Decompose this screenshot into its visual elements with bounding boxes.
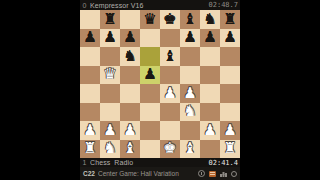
top-player-clock: 02:48.7 (208, 1, 238, 9)
black-pawn: ♟ (203, 30, 216, 45)
board-square[interactable] (180, 121, 200, 140)
board-square[interactable] (180, 47, 200, 66)
black-pawn: ♟ (223, 30, 236, 45)
white-pawn: ♟ (223, 122, 236, 137)
opening-eco-code: C22 (83, 170, 95, 177)
black-pawn: ♟ (83, 30, 96, 45)
board-square[interactable] (80, 66, 100, 85)
board-square[interactable]: ♟ (100, 29, 120, 48)
opening-name: Center Game: Hall Variation (98, 170, 195, 177)
black-rook: ♜ (103, 11, 116, 26)
black-pawn: ♟ (103, 30, 116, 45)
board-square[interactable]: ♟ (180, 84, 200, 103)
board-square[interactable] (80, 47, 100, 66)
bottom-player-score: 1 (82, 159, 87, 166)
board-square[interactable]: ♛ (100, 66, 120, 85)
board-square[interactable] (100, 47, 120, 66)
board-square[interactable] (200, 66, 220, 85)
board-square[interactable] (160, 121, 180, 140)
black-pawn: ♟ (143, 67, 156, 82)
white-rook: ♜ (223, 141, 236, 156)
board-square[interactable]: ♞ (180, 103, 200, 122)
top-player-score: 0 (82, 2, 87, 9)
white-knight: ♞ (103, 141, 116, 156)
board-square[interactable] (160, 103, 180, 122)
board-square[interactable]: ♟ (80, 121, 100, 140)
white-bishop: ♝ (123, 141, 136, 156)
board-square[interactable] (220, 84, 240, 103)
status-icons (198, 170, 237, 177)
bottom-player-name[interactable]: Chess_Radio (90, 159, 205, 166)
white-pawn: ♟ (123, 122, 136, 137)
chart-icon[interactable] (220, 171, 227, 177)
board-square[interactable] (200, 140, 220, 159)
black-pawn: ♟ (123, 30, 136, 45)
letterbox-left (0, 0, 80, 180)
board-square[interactable]: ♜ (100, 10, 120, 29)
white-pawn: ♟ (203, 122, 216, 137)
board-square[interactable] (140, 140, 160, 159)
black-king: ♚ (163, 11, 176, 26)
white-rook: ♜ (83, 141, 96, 156)
app-screen: 0 Kempressor V16 02:48.7 ♜♛♚♝♞♜♟♟♟♟♟♟♞♝♛… (0, 0, 320, 180)
board-square[interactable]: ♝ (160, 47, 180, 66)
board-square[interactable] (80, 10, 100, 29)
white-pawn: ♟ (183, 85, 196, 100)
gear-icon[interactable] (231, 171, 237, 177)
board-square[interactable]: ♟ (200, 121, 220, 140)
board-square[interactable] (120, 103, 140, 122)
bottom-player-clock: 02:41.4 (208, 159, 238, 167)
top-player-name[interactable]: Kempressor V16 (90, 2, 205, 9)
white-knight: ♞ (183, 104, 196, 119)
white-king: ♚ (163, 141, 176, 156)
black-rook: ♜ (223, 11, 236, 26)
white-pawn: ♟ (103, 122, 116, 137)
board-square[interactable]: ♞ (120, 47, 140, 66)
board-square[interactable]: ♟ (160, 84, 180, 103)
white-pawn: ♟ (163, 85, 176, 100)
board-square[interactable] (120, 84, 140, 103)
board-square[interactable] (140, 103, 160, 122)
white-pawn: ♟ (83, 122, 96, 137)
board-square[interactable]: ♝ (120, 140, 140, 159)
black-knight: ♞ (123, 48, 136, 63)
board-square[interactable] (120, 10, 140, 29)
black-bishop: ♝ (183, 11, 196, 26)
board-square[interactable]: ♟ (200, 29, 220, 48)
board-square[interactable] (140, 47, 160, 66)
black-pawn: ♟ (183, 30, 196, 45)
board-square[interactable]: ♝ (180, 10, 200, 29)
black-bishop: ♝ (163, 48, 176, 63)
board-square[interactable] (120, 66, 140, 85)
board-square[interactable]: ♟ (120, 121, 140, 140)
board-square[interactable] (220, 66, 240, 85)
chess-board[interactable]: ♜♛♚♝♞♜♟♟♟♟♟♟♞♝♛♟♟♟♞♟♟♟♟♟♜♞♝♚♝♜ (80, 10, 240, 158)
board-square[interactable] (160, 66, 180, 85)
player-bar-top: 0 Kempressor V16 02:48.7 (80, 0, 240, 10)
board-square[interactable] (160, 29, 180, 48)
board-square[interactable] (80, 84, 100, 103)
board-square[interactable] (100, 84, 120, 103)
board-square[interactable] (220, 47, 240, 66)
board-square[interactable]: ♝ (180, 140, 200, 159)
board-square[interactable]: ♞ (200, 10, 220, 29)
letterbox-right (240, 0, 320, 180)
board-square[interactable]: ♟ (220, 121, 240, 140)
board-square[interactable] (200, 84, 220, 103)
board-square[interactable]: ♚ (160, 140, 180, 159)
board-square[interactable] (220, 103, 240, 122)
black-queen: ♛ (143, 11, 156, 26)
board-square[interactable] (100, 103, 120, 122)
player-bar-bottom: 1 Chess_Radio 02:41.4 (80, 158, 240, 167)
board-square[interactable] (200, 103, 220, 122)
board-square[interactable]: ♟ (140, 66, 160, 85)
board-square[interactable]: ♛ (140, 10, 160, 29)
board-square[interactable]: ♟ (120, 29, 140, 48)
white-queen: ♛ (103, 67, 116, 82)
board-square[interactable] (140, 84, 160, 103)
board-square[interactable] (180, 66, 200, 85)
menu-icon[interactable] (209, 171, 216, 177)
status-bar: C22 Center Game: Hall Variation (80, 167, 240, 180)
board-square[interactable]: ♟ (180, 29, 200, 48)
board-square[interactable]: ♟ (100, 121, 120, 140)
board-square[interactable]: ♚ (160, 10, 180, 29)
board-square[interactable]: ♜ (220, 140, 240, 159)
board-square[interactable] (200, 47, 220, 66)
board-square[interactable]: ♜ (220, 10, 240, 29)
board-square[interactable] (140, 29, 160, 48)
board-square[interactable]: ♞ (100, 140, 120, 159)
board-square[interactable]: ♜ (80, 140, 100, 159)
game-panel: 0 Kempressor V16 02:48.7 ♜♛♚♝♞♜♟♟♟♟♟♟♞♝♛… (80, 0, 240, 180)
board-square[interactable]: ♟ (220, 29, 240, 48)
white-bishop: ♝ (183, 141, 196, 156)
black-knight: ♞ (203, 11, 216, 26)
board-square[interactable]: ♟ (80, 29, 100, 48)
board-square[interactable] (80, 103, 100, 122)
info-icon[interactable] (198, 170, 205, 177)
board-square[interactable] (140, 121, 160, 140)
